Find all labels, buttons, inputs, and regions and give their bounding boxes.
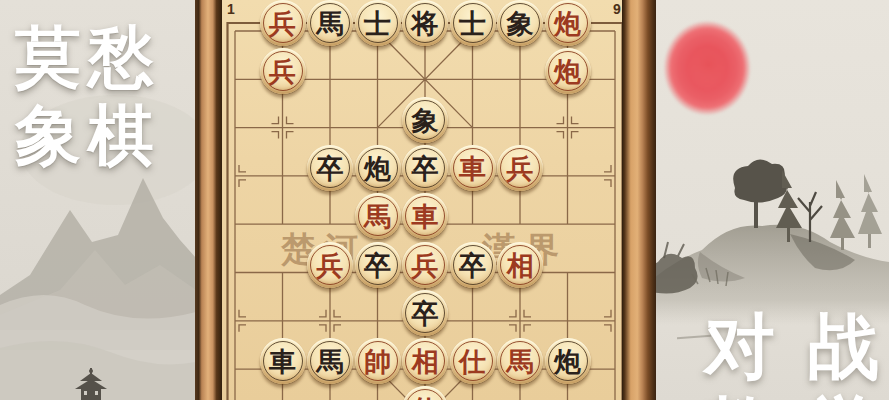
piece-glyph: 相 [497, 242, 543, 288]
xiangqi-board[interactable]: 1 9 楚河 漢界 兵馬士将士象炮兵炮象卒炮卒車兵馬車兵卒兵卒相卒車馬帥相仕馬炮… [222, 0, 622, 400]
piece-black-卒-f3r3[interactable]: 卒 [307, 145, 353, 191]
piece-red-兵-f2r1[interactable]: 兵 [260, 48, 306, 94]
battle-text: 对战 [704, 306, 889, 388]
piece-glyph: 卒 [402, 145, 448, 191]
piece-glyph: 士 [355, 0, 401, 46]
piece-glyph: 兵 [497, 145, 543, 191]
piece-glyph: 馬 [307, 0, 353, 46]
sun-art [663, 20, 755, 116]
piece-glyph: 車 [402, 193, 448, 239]
piece-red-帥-f4r7[interactable]: 帥 [355, 338, 401, 384]
piece-glyph: 士 [450, 0, 496, 46]
piece-glyph: 仕 [450, 338, 496, 384]
piece-glyph: 炮 [355, 145, 401, 191]
piece-black-士-f4r0[interactable]: 士 [355, 0, 401, 46]
piece-glyph: 兵 [260, 0, 306, 46]
piece-glyph: 炮 [545, 338, 591, 384]
piece-red-相-f7r5[interactable]: 相 [497, 242, 543, 288]
piece-red-兵-f3r5[interactable]: 兵 [307, 242, 353, 288]
piece-black-卒-f6r5[interactable]: 卒 [450, 242, 496, 288]
piece-black-車-f2r7[interactable]: 車 [260, 338, 306, 384]
piece-red-馬-f7r7[interactable]: 馬 [497, 338, 543, 384]
board-frame-right [622, 0, 656, 400]
piece-black-卒-f5r6[interactable]: 卒 [402, 290, 448, 336]
piece-black-象-f7r0[interactable]: 象 [497, 0, 543, 46]
piece-glyph: 兵 [260, 48, 306, 94]
piece-red-車-f5r4[interactable]: 車 [402, 193, 448, 239]
piece-red-兵-f7r3[interactable]: 兵 [497, 145, 543, 191]
piece-red-車-f6r3[interactable]: 車 [450, 145, 496, 191]
piece-glyph: 炮 [545, 48, 591, 94]
teach-text: 教学 [704, 388, 889, 400]
piece-red-兵-f5r5[interactable]: 兵 [402, 242, 448, 288]
app-title: 莫愁 象棋 [15, 18, 161, 174]
piece-glyph: 兵 [307, 242, 353, 288]
pagoda-icon [70, 368, 112, 400]
piece-glyph: 卒 [307, 145, 353, 191]
piece-glyph: 象 [402, 97, 448, 143]
piece-black-象-f5r2[interactable]: 象 [402, 97, 448, 143]
piece-glyph: 卒 [450, 242, 496, 288]
piece-red-馬-f4r4[interactable]: 馬 [355, 193, 401, 239]
landscape-art [640, 150, 889, 325]
piece-black-炮-f8r7[interactable]: 炮 [545, 338, 591, 384]
piece-black-将-f5r0[interactable]: 将 [402, 0, 448, 46]
piece-red-仕-f6r7[interactable]: 仕 [450, 338, 496, 384]
piece-glyph: 兵 [402, 242, 448, 288]
piece-red-仕-f5r8[interactable]: 仕 [402, 386, 448, 400]
piece-black-馬-f3r7[interactable]: 馬 [307, 338, 353, 384]
app-title-line2: 象棋 [15, 96, 161, 174]
piece-red-炮-f8r0[interactable]: 炮 [545, 0, 591, 46]
app-title-line1: 莫愁 [15, 18, 161, 96]
piece-red-炮-f8r1[interactable]: 炮 [545, 48, 591, 94]
piece-glyph: 車 [450, 145, 496, 191]
piece-glyph: 炮 [545, 0, 591, 46]
piece-glyph: 相 [402, 338, 448, 384]
piece-glyph: 卒 [355, 242, 401, 288]
piece-black-炮-f4r3[interactable]: 炮 [355, 145, 401, 191]
piece-glyph: 馬 [355, 193, 401, 239]
piece-red-相-f5r7[interactable]: 相 [402, 338, 448, 384]
file-number-right: 9 [613, 1, 621, 17]
piece-black-卒-f4r5[interactable]: 卒 [355, 242, 401, 288]
piece-glyph: 車 [260, 338, 306, 384]
piece-glyph: 馬 [497, 338, 543, 384]
board-frame-left [195, 0, 222, 400]
mode-banner: 对战 教学 [704, 306, 889, 400]
piece-glyph: 将 [402, 0, 448, 46]
piece-black-士-f6r0[interactable]: 士 [450, 0, 496, 46]
piece-glyph: 仕 [402, 386, 448, 400]
piece-black-卒-f5r3[interactable]: 卒 [402, 145, 448, 191]
file-number-left: 1 [227, 1, 235, 17]
app-screen: 莫愁 象棋 [0, 0, 889, 400]
left-art-panel: 莫愁 象棋 [0, 0, 196, 400]
piece-red-兵-f2r0[interactable]: 兵 [260, 0, 306, 46]
piece-glyph: 象 [497, 0, 543, 46]
piece-glyph: 馬 [307, 338, 353, 384]
piece-black-馬-f3r0[interactable]: 馬 [307, 0, 353, 46]
piece-glyph: 卒 [402, 290, 448, 336]
piece-glyph: 帥 [355, 338, 401, 384]
